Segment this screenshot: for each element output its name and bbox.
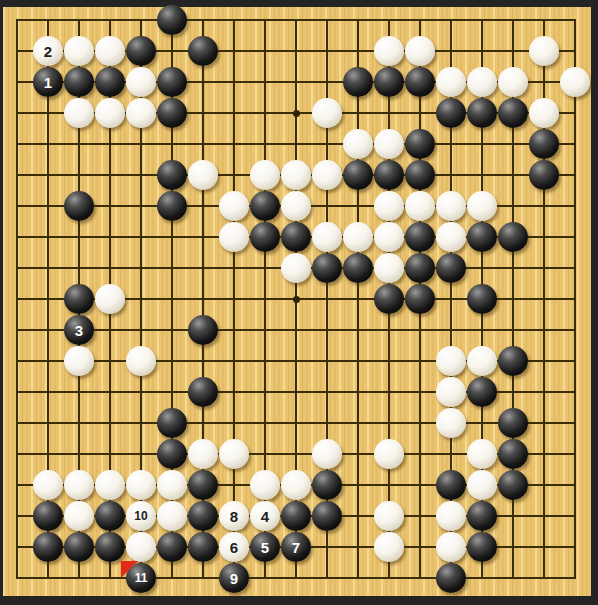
black-stone[interactable]	[95, 67, 125, 97]
white-stone[interactable]	[95, 98, 125, 128]
black-stone[interactable]	[312, 253, 342, 283]
black-stone[interactable]	[188, 532, 218, 562]
white-stone[interactable]	[64, 470, 94, 500]
white-stone[interactable]	[436, 191, 466, 221]
black-stone[interactable]	[95, 501, 125, 531]
white-stone[interactable]	[281, 160, 311, 190]
white-stone[interactable]	[343, 222, 373, 252]
white-stone[interactable]	[560, 67, 590, 97]
black-stone[interactable]	[529, 129, 559, 159]
black-stone[interactable]	[312, 501, 342, 531]
white-stone[interactable]	[188, 160, 218, 190]
black-stone[interactable]	[374, 67, 404, 97]
white-stone[interactable]	[126, 98, 156, 128]
black-stone[interactable]	[188, 501, 218, 531]
black-stone[interactable]	[405, 129, 435, 159]
white-stone[interactable]	[374, 191, 404, 221]
black-stone[interactable]	[126, 36, 156, 66]
move-number-label: 11	[135, 572, 148, 584]
white-stone[interactable]	[126, 532, 156, 562]
black-stone[interactable]	[405, 253, 435, 283]
white-stone[interactable]	[374, 439, 404, 469]
black-stone[interactable]	[157, 160, 187, 190]
white-stone[interactable]	[312, 98, 342, 128]
black-stone[interactable]	[405, 222, 435, 252]
black-stone[interactable]	[250, 222, 280, 252]
black-stone[interactable]	[64, 284, 94, 314]
white-stone[interactable]	[467, 67, 497, 97]
black-stone[interactable]	[467, 98, 497, 128]
black-stone[interactable]	[157, 98, 187, 128]
move-number-label: 7	[292, 540, 300, 555]
grid-line-horizontal	[16, 143, 576, 145]
white-stone[interactable]	[126, 470, 156, 500]
white-stone[interactable]	[281, 191, 311, 221]
white-stone[interactable]	[188, 439, 218, 469]
star-point	[293, 296, 300, 303]
white-stone[interactable]	[126, 346, 156, 376]
black-stone[interactable]	[498, 346, 528, 376]
white-stone[interactable]	[250, 160, 280, 190]
move-number-label: 10	[134, 510, 147, 522]
white-stone[interactable]	[467, 470, 497, 500]
black-stone[interactable]	[188, 377, 218, 407]
black-stone[interactable]	[405, 160, 435, 190]
black-stone[interactable]	[374, 160, 404, 190]
black-stone-move-5[interactable]: 5	[250, 532, 280, 562]
black-stone[interactable]	[467, 284, 497, 314]
white-stone[interactable]	[157, 501, 187, 531]
white-stone-move-4[interactable]: 4	[250, 501, 280, 531]
white-stone[interactable]	[467, 439, 497, 469]
black-stone[interactable]	[157, 67, 187, 97]
white-stone[interactable]	[405, 191, 435, 221]
white-stone-move-2[interactable]: 2	[33, 36, 63, 66]
white-stone[interactable]	[529, 98, 559, 128]
black-stone[interactable]	[64, 67, 94, 97]
white-stone[interactable]	[281, 470, 311, 500]
white-stone[interactable]	[436, 377, 466, 407]
grid-line-horizontal	[16, 19, 576, 21]
white-stone[interactable]	[374, 253, 404, 283]
black-stone[interactable]	[343, 253, 373, 283]
black-stone[interactable]	[95, 532, 125, 562]
white-stone[interactable]	[436, 532, 466, 562]
move-number-label: 6	[230, 540, 238, 555]
move-number-label: 4	[261, 509, 269, 524]
black-stone[interactable]	[436, 253, 466, 283]
black-stone[interactable]	[405, 284, 435, 314]
move-number-label: 5	[261, 540, 269, 555]
move-number-label: 9	[230, 571, 238, 586]
star-point	[293, 110, 300, 117]
grid-line-horizontal	[16, 329, 576, 331]
white-stone[interactable]	[33, 470, 63, 500]
white-stone[interactable]	[529, 36, 559, 66]
white-stone[interactable]	[312, 439, 342, 469]
white-stone[interactable]	[219, 191, 249, 221]
white-stone[interactable]	[219, 222, 249, 252]
black-stone[interactable]	[498, 98, 528, 128]
white-stone[interactable]	[374, 532, 404, 562]
white-stone[interactable]	[374, 501, 404, 531]
white-stone[interactable]	[312, 222, 342, 252]
black-stone[interactable]	[498, 222, 528, 252]
go-board[interactable]: 2131084657119	[3, 7, 591, 596]
black-stone[interactable]	[64, 191, 94, 221]
black-stone[interactable]	[281, 501, 311, 531]
black-stone[interactable]	[157, 532, 187, 562]
move-number-label: 1	[44, 75, 52, 90]
white-stone-move-6[interactable]: 6	[219, 532, 249, 562]
white-stone[interactable]	[95, 470, 125, 500]
black-stone[interactable]	[467, 501, 497, 531]
white-stone[interactable]	[250, 470, 280, 500]
white-stone[interactable]	[436, 67, 466, 97]
black-stone[interactable]	[188, 315, 218, 345]
move-number-label: 2	[44, 44, 52, 59]
white-stone[interactable]	[436, 408, 466, 438]
black-stone[interactable]	[436, 470, 466, 500]
black-stone[interactable]	[312, 470, 342, 500]
white-stone[interactable]	[436, 501, 466, 531]
white-stone[interactable]	[312, 160, 342, 190]
white-stone-move-10[interactable]: 10	[126, 501, 156, 531]
white-stone[interactable]	[281, 253, 311, 283]
white-stone[interactable]	[436, 222, 466, 252]
white-stone[interactable]	[64, 501, 94, 531]
white-stone[interactable]	[374, 129, 404, 159]
black-stone[interactable]	[436, 563, 466, 593]
black-stone-move-3[interactable]: 3	[64, 315, 94, 345]
black-stone[interactable]	[157, 191, 187, 221]
black-stone[interactable]	[405, 67, 435, 97]
white-stone[interactable]	[405, 36, 435, 66]
black-stone[interactable]	[343, 160, 373, 190]
white-stone[interactable]	[374, 222, 404, 252]
white-stone[interactable]	[374, 36, 404, 66]
black-stone[interactable]	[467, 377, 497, 407]
white-stone[interactable]	[157, 470, 187, 500]
black-stone[interactable]	[436, 98, 466, 128]
black-stone[interactable]	[64, 532, 94, 562]
white-stone[interactable]	[467, 191, 497, 221]
black-stone[interactable]	[498, 408, 528, 438]
white-stone[interactable]	[126, 67, 156, 97]
white-stone[interactable]	[343, 129, 373, 159]
white-stone[interactable]	[467, 346, 497, 376]
black-stone-move-9[interactable]: 9	[219, 563, 249, 593]
black-stone-move-7[interactable]: 7	[281, 532, 311, 562]
black-stone[interactable]	[157, 408, 187, 438]
black-stone[interactable]	[250, 191, 280, 221]
white-stone[interactable]	[498, 67, 528, 97]
black-stone[interactable]	[33, 501, 63, 531]
white-stone[interactable]	[64, 36, 94, 66]
black-stone[interactable]	[467, 222, 497, 252]
black-stone[interactable]	[188, 470, 218, 500]
white-stone[interactable]	[64, 98, 94, 128]
black-stone[interactable]	[281, 222, 311, 252]
black-stone[interactable]	[157, 439, 187, 469]
black-stone[interactable]	[467, 532, 497, 562]
black-stone[interactable]	[529, 160, 559, 190]
grid-line-horizontal	[16, 422, 576, 424]
white-stone[interactable]	[95, 284, 125, 314]
white-stone[interactable]	[436, 346, 466, 376]
go-board-frame: 2131084657119	[0, 0, 598, 605]
black-stone-move-1[interactable]: 1	[33, 67, 63, 97]
move-number-label: 8	[230, 509, 238, 524]
black-stone[interactable]	[498, 470, 528, 500]
black-stone[interactable]	[33, 532, 63, 562]
black-stone[interactable]	[374, 284, 404, 314]
grid-line-horizontal	[16, 577, 576, 579]
black-stone[interactable]	[498, 439, 528, 469]
white-stone-move-8[interactable]: 8	[219, 501, 249, 531]
black-stone[interactable]	[157, 5, 187, 35]
black-stone[interactable]	[343, 67, 373, 97]
white-stone[interactable]	[95, 36, 125, 66]
black-stone[interactable]	[188, 36, 218, 66]
white-stone[interactable]	[219, 439, 249, 469]
white-stone[interactable]	[64, 346, 94, 376]
move-number-label: 3	[75, 323, 83, 338]
